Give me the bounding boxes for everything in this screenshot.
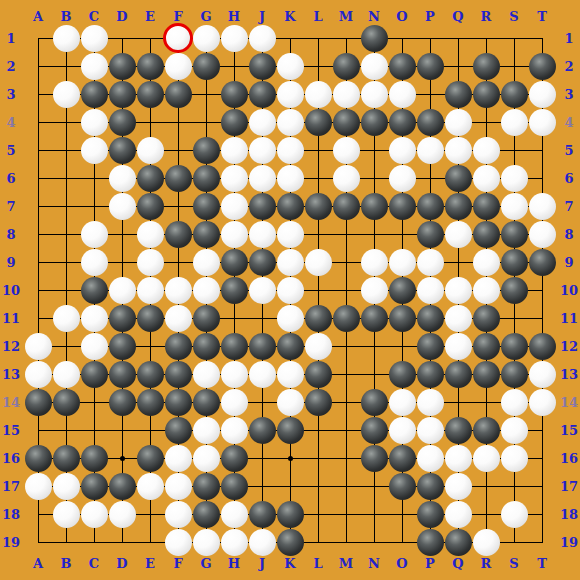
white-stone xyxy=(221,417,248,444)
white-stone xyxy=(501,501,528,528)
black-stone xyxy=(165,165,192,192)
black-stone xyxy=(137,445,164,472)
white-stone xyxy=(361,81,388,108)
white-stone xyxy=(193,417,220,444)
row-label-left-1: 1 xyxy=(6,32,15,45)
black-stone xyxy=(389,277,416,304)
black-stone xyxy=(333,193,360,220)
row-label-right-16: 16 xyxy=(560,452,578,465)
black-stone xyxy=(137,361,164,388)
black-stone xyxy=(249,53,276,80)
star-point xyxy=(120,456,125,461)
white-stone xyxy=(137,137,164,164)
black-stone xyxy=(81,81,108,108)
black-stone xyxy=(193,221,220,248)
white-stone xyxy=(473,137,500,164)
black-stone xyxy=(249,193,276,220)
row-label-left-19: 19 xyxy=(2,536,20,549)
row-label-left-2: 2 xyxy=(6,60,15,73)
black-stone xyxy=(417,53,444,80)
row-label-left-7: 7 xyxy=(6,200,15,213)
black-stone xyxy=(417,109,444,136)
black-stone xyxy=(165,417,192,444)
black-stone xyxy=(193,333,220,360)
white-stone xyxy=(501,389,528,416)
white-stone xyxy=(529,193,556,220)
row-label-right-18: 18 xyxy=(560,508,578,521)
white-stone xyxy=(389,389,416,416)
black-stone xyxy=(305,389,332,416)
black-stone xyxy=(221,81,248,108)
white-stone xyxy=(165,277,192,304)
black-stone xyxy=(109,473,136,500)
black-stone xyxy=(501,81,528,108)
row-label-left-9: 9 xyxy=(6,256,15,269)
black-stone xyxy=(81,473,108,500)
black-stone xyxy=(193,305,220,332)
white-stone xyxy=(333,165,360,192)
col-label-bottom-Q: Q xyxy=(452,557,463,570)
col-label-top-K: K xyxy=(284,10,295,23)
row-label-right-17: 17 xyxy=(560,480,578,493)
black-stone xyxy=(361,445,388,472)
black-stone xyxy=(473,193,500,220)
white-stone xyxy=(109,277,136,304)
col-label-bottom-A: A xyxy=(33,557,43,570)
black-stone xyxy=(221,277,248,304)
white-stone xyxy=(305,81,332,108)
col-label-bottom-L: L xyxy=(313,557,322,570)
white-stone xyxy=(25,333,52,360)
white-stone xyxy=(81,25,108,52)
black-stone xyxy=(417,221,444,248)
white-stone xyxy=(529,389,556,416)
black-stone xyxy=(529,53,556,80)
black-stone xyxy=(165,389,192,416)
row-label-right-1: 1 xyxy=(564,32,573,45)
black-stone xyxy=(361,25,388,52)
white-stone xyxy=(81,501,108,528)
white-stone xyxy=(417,417,444,444)
col-label-top-D: D xyxy=(116,10,127,23)
black-stone xyxy=(109,361,136,388)
black-stone xyxy=(221,249,248,276)
white-stone xyxy=(445,221,472,248)
row-label-right-9: 9 xyxy=(564,256,573,269)
white-stone xyxy=(137,221,164,248)
white-stone xyxy=(305,249,332,276)
black-stone xyxy=(445,81,472,108)
black-stone xyxy=(361,417,388,444)
col-label-bottom-O: O xyxy=(396,557,407,570)
black-stone xyxy=(137,165,164,192)
white-stone xyxy=(277,81,304,108)
row-label-left-4: 4 xyxy=(6,116,15,129)
black-stone xyxy=(501,277,528,304)
row-label-right-14: 14 xyxy=(560,396,578,409)
black-stone xyxy=(501,333,528,360)
white-stone xyxy=(473,165,500,192)
white-stone xyxy=(193,529,220,556)
black-stone xyxy=(473,81,500,108)
white-stone xyxy=(221,221,248,248)
col-label-top-E: E xyxy=(145,10,155,23)
white-stone xyxy=(333,137,360,164)
col-label-top-R: R xyxy=(481,10,492,23)
white-stone xyxy=(277,53,304,80)
black-stone xyxy=(109,109,136,136)
row-label-left-5: 5 xyxy=(6,144,15,157)
white-stone xyxy=(137,249,164,276)
white-stone xyxy=(501,445,528,472)
white-stone xyxy=(81,109,108,136)
black-stone xyxy=(25,445,52,472)
white-stone xyxy=(277,137,304,164)
row-label-left-10: 10 xyxy=(2,284,20,297)
white-stone xyxy=(417,445,444,472)
white-stone xyxy=(53,361,80,388)
col-label-bottom-J: J xyxy=(259,557,265,570)
row-label-right-4: 4 xyxy=(564,116,573,129)
white-stone xyxy=(249,361,276,388)
black-stone xyxy=(417,333,444,360)
white-stone xyxy=(221,193,248,220)
white-stone xyxy=(445,277,472,304)
black-stone xyxy=(445,193,472,220)
white-stone xyxy=(137,473,164,500)
black-stone xyxy=(417,501,444,528)
white-stone xyxy=(333,81,360,108)
white-stone xyxy=(165,473,192,500)
black-stone xyxy=(473,305,500,332)
black-stone xyxy=(193,473,220,500)
black-stone xyxy=(501,221,528,248)
black-stone xyxy=(305,361,332,388)
white-stone xyxy=(193,277,220,304)
black-stone xyxy=(333,305,360,332)
go-board[interactable]: AABBCCDDEEFFGGHHJJKKLLMMNNOOPPQQRRSSTT11… xyxy=(0,0,580,580)
white-stone xyxy=(305,333,332,360)
white-stone xyxy=(53,81,80,108)
row-label-left-13: 13 xyxy=(2,368,20,381)
white-stone xyxy=(445,109,472,136)
col-label-top-S: S xyxy=(509,10,518,23)
white-stone xyxy=(193,25,220,52)
col-label-bottom-H: H xyxy=(228,557,240,570)
white-stone xyxy=(389,165,416,192)
white-stone xyxy=(25,473,52,500)
white-stone xyxy=(249,277,276,304)
white-stone xyxy=(81,249,108,276)
black-stone xyxy=(221,473,248,500)
black-stone xyxy=(501,249,528,276)
black-stone xyxy=(277,333,304,360)
white-stone xyxy=(417,389,444,416)
white-stone xyxy=(529,81,556,108)
col-label-top-B: B xyxy=(61,10,72,23)
col-label-top-G: G xyxy=(200,10,211,23)
black-stone xyxy=(109,81,136,108)
white-stone xyxy=(501,193,528,220)
col-label-top-F: F xyxy=(173,10,182,23)
col-label-top-L: L xyxy=(313,10,322,23)
black-stone xyxy=(81,445,108,472)
row-label-right-6: 6 xyxy=(564,172,573,185)
black-stone xyxy=(193,165,220,192)
white-stone xyxy=(445,473,472,500)
col-label-bottom-F: F xyxy=(173,557,182,570)
black-stone xyxy=(53,445,80,472)
black-stone xyxy=(249,249,276,276)
white-stone xyxy=(249,165,276,192)
black-stone xyxy=(417,473,444,500)
black-stone xyxy=(165,221,192,248)
white-stone xyxy=(81,305,108,332)
white-stone xyxy=(277,305,304,332)
white-stone xyxy=(81,53,108,80)
black-stone xyxy=(193,53,220,80)
black-stone xyxy=(473,53,500,80)
black-stone xyxy=(361,389,388,416)
black-stone xyxy=(221,109,248,136)
col-label-top-Q: Q xyxy=(452,10,463,23)
black-stone xyxy=(277,501,304,528)
black-stone xyxy=(109,137,136,164)
row-label-left-16: 16 xyxy=(2,452,20,465)
white-stone xyxy=(529,221,556,248)
black-stone xyxy=(417,529,444,556)
row-label-right-12: 12 xyxy=(560,340,578,353)
col-label-bottom-M: M xyxy=(339,557,353,570)
black-stone xyxy=(389,305,416,332)
col-label-bottom-G: G xyxy=(200,557,211,570)
col-label-top-H: H xyxy=(228,10,240,23)
col-label-top-M: M xyxy=(339,10,353,23)
white-stone xyxy=(165,53,192,80)
black-stone xyxy=(445,417,472,444)
row-label-right-2: 2 xyxy=(564,60,573,73)
black-stone xyxy=(473,417,500,444)
row-label-left-17: 17 xyxy=(2,480,20,493)
white-stone xyxy=(389,417,416,444)
black-stone xyxy=(137,305,164,332)
black-stone xyxy=(109,53,136,80)
black-stone xyxy=(361,305,388,332)
white-stone xyxy=(417,249,444,276)
black-stone xyxy=(305,109,332,136)
white-stone xyxy=(53,501,80,528)
white-stone xyxy=(109,501,136,528)
black-stone xyxy=(109,333,136,360)
black-stone xyxy=(389,445,416,472)
col-label-bottom-S: S xyxy=(509,557,518,570)
black-stone xyxy=(165,81,192,108)
white-stone xyxy=(473,277,500,304)
row-label-right-15: 15 xyxy=(560,424,578,437)
black-stone xyxy=(417,305,444,332)
white-stone xyxy=(473,445,500,472)
black-stone xyxy=(417,193,444,220)
row-label-right-13: 13 xyxy=(560,368,578,381)
col-label-bottom-T: T xyxy=(537,557,547,570)
white-stone xyxy=(221,389,248,416)
white-stone xyxy=(445,305,472,332)
col-label-bottom-D: D xyxy=(116,557,127,570)
black-stone xyxy=(389,109,416,136)
black-stone xyxy=(389,193,416,220)
black-stone xyxy=(137,193,164,220)
white-stone xyxy=(221,25,248,52)
white-stone xyxy=(53,305,80,332)
black-stone xyxy=(221,445,248,472)
black-stone xyxy=(249,501,276,528)
black-stone xyxy=(389,361,416,388)
white-stone xyxy=(417,277,444,304)
row-label-left-6: 6 xyxy=(6,172,15,185)
col-label-top-C: C xyxy=(89,10,99,23)
white-stone xyxy=(249,137,276,164)
white-stone xyxy=(529,361,556,388)
white-stone xyxy=(221,165,248,192)
black-stone xyxy=(277,193,304,220)
row-label-left-12: 12 xyxy=(2,340,20,353)
white-stone xyxy=(277,361,304,388)
white-stone xyxy=(501,109,528,136)
col-label-bottom-R: R xyxy=(481,557,492,570)
white-stone xyxy=(473,249,500,276)
white-stone xyxy=(249,25,276,52)
black-stone xyxy=(417,361,444,388)
black-stone xyxy=(109,389,136,416)
white-stone xyxy=(221,529,248,556)
black-stone xyxy=(249,417,276,444)
black-stone xyxy=(53,389,80,416)
black-stone xyxy=(165,333,192,360)
row-label-right-8: 8 xyxy=(564,228,573,241)
black-stone xyxy=(501,361,528,388)
black-stone xyxy=(109,305,136,332)
black-stone xyxy=(165,361,192,388)
col-label-bottom-B: B xyxy=(61,557,72,570)
white-stone xyxy=(249,109,276,136)
white-stone xyxy=(277,277,304,304)
white-stone xyxy=(389,137,416,164)
col-label-top-N: N xyxy=(368,10,380,23)
black-stone xyxy=(445,361,472,388)
black-stone xyxy=(305,193,332,220)
white-stone xyxy=(389,81,416,108)
white-stone xyxy=(417,137,444,164)
col-label-bottom-K: K xyxy=(284,557,295,570)
col-label-bottom-P: P xyxy=(425,557,435,570)
black-stone xyxy=(277,417,304,444)
white-stone xyxy=(277,165,304,192)
white-stone xyxy=(501,417,528,444)
black-stone xyxy=(81,277,108,304)
col-label-top-A: A xyxy=(33,10,43,23)
black-stone xyxy=(193,137,220,164)
white-stone xyxy=(53,473,80,500)
black-stone xyxy=(81,361,108,388)
col-label-top-O: O xyxy=(396,10,407,23)
row-label-left-18: 18 xyxy=(2,508,20,521)
star-point xyxy=(288,456,293,461)
black-stone xyxy=(473,333,500,360)
row-label-right-7: 7 xyxy=(564,200,573,213)
col-label-top-T: T xyxy=(537,10,547,23)
white-stone xyxy=(389,249,416,276)
black-stone xyxy=(445,529,472,556)
black-stone xyxy=(361,109,388,136)
black-stone xyxy=(389,473,416,500)
white-stone xyxy=(277,249,304,276)
black-stone xyxy=(277,529,304,556)
white-stone xyxy=(249,529,276,556)
black-stone xyxy=(249,81,276,108)
black-stone xyxy=(333,53,360,80)
col-label-top-J: J xyxy=(259,10,265,23)
white-stone xyxy=(501,165,528,192)
white-stone xyxy=(361,53,388,80)
black-stone xyxy=(193,389,220,416)
white-stone xyxy=(277,221,304,248)
row-label-left-15: 15 xyxy=(2,424,20,437)
white-stone xyxy=(361,277,388,304)
white-stone xyxy=(445,333,472,360)
white-stone xyxy=(445,501,472,528)
black-stone xyxy=(25,389,52,416)
white-stone xyxy=(109,193,136,220)
row-label-right-10: 10 xyxy=(560,284,578,297)
col-label-top-P: P xyxy=(425,10,435,23)
white-stone xyxy=(165,501,192,528)
white-stone xyxy=(137,277,164,304)
black-stone xyxy=(305,305,332,332)
row-label-right-3: 3 xyxy=(564,88,573,101)
white-stone xyxy=(277,389,304,416)
white-stone xyxy=(81,137,108,164)
white-stone xyxy=(81,221,108,248)
black-stone xyxy=(137,389,164,416)
black-stone xyxy=(473,221,500,248)
white-stone xyxy=(193,445,220,472)
row-label-left-8: 8 xyxy=(6,228,15,241)
white-stone xyxy=(109,165,136,192)
white-stone xyxy=(165,529,192,556)
row-label-right-19: 19 xyxy=(560,536,578,549)
white-stone xyxy=(221,361,248,388)
white-stone xyxy=(445,137,472,164)
col-label-bottom-N: N xyxy=(368,557,380,570)
black-stone xyxy=(529,249,556,276)
black-stone xyxy=(445,165,472,192)
black-stone xyxy=(529,333,556,360)
white-stone xyxy=(25,361,52,388)
white-stone xyxy=(221,137,248,164)
black-stone xyxy=(333,109,360,136)
white-stone xyxy=(165,305,192,332)
last-move-marker xyxy=(163,23,193,53)
white-stone xyxy=(473,529,500,556)
white-stone xyxy=(221,501,248,528)
white-stone xyxy=(249,221,276,248)
col-label-bottom-C: C xyxy=(89,557,99,570)
white-stone xyxy=(445,445,472,472)
black-stone xyxy=(249,333,276,360)
white-stone xyxy=(277,109,304,136)
row-label-left-3: 3 xyxy=(6,88,15,101)
black-stone xyxy=(193,501,220,528)
